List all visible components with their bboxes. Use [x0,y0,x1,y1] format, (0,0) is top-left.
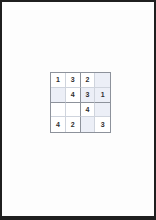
sudoku-cell-r2c4: 1 [95,88,110,103]
sudoku-cell-r3c2 [66,103,81,118]
sudoku-cell-r3c4 [95,103,110,118]
sudoku-cell-r3c3: 4 [81,103,96,118]
sudoku-cell-r4c1: 4 [51,117,66,132]
sudoku-cell-r2c2: 4 [66,88,81,103]
sudoku-cell-r1c2: 3 [66,73,81,88]
sudoku-cell-r2c3: 3 [81,88,96,103]
sudoku-cell-r2c1 [51,88,66,103]
sudoku-cell-r3c1 [51,103,66,118]
sudoku-cell-r4c4: 3 [95,117,110,132]
sudoku-cell-r1c3: 2 [81,73,96,88]
sudoku-board: 1324314423 [50,72,111,133]
sudoku-cell-r4c3 [81,117,96,132]
sudoku-cell-r4c2: 2 [66,117,81,132]
worksheet-page: 1324314423 [0,0,156,220]
sudoku-cell-r1c1: 1 [51,73,66,88]
sudoku-cell-r1c4 [95,73,110,88]
